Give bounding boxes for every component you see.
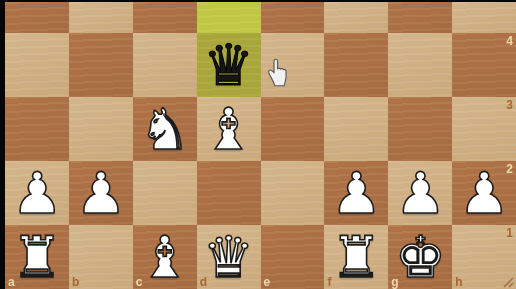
square-f3[interactable]: [324, 97, 388, 161]
square-a1[interactable]: ♜a: [5, 225, 69, 289]
white-knight[interactable]: ♞: [133, 97, 197, 161]
black-queen[interactable]: ♛: [197, 33, 261, 97]
square-h3[interactable]: 3: [452, 97, 516, 161]
chess-app-screen: ♛4♞♝3♟♟♟♟♟2♜ab♝c♛de♜f♚g1h: [0, 0, 516, 289]
square-b3[interactable]: [69, 97, 133, 161]
rank-label-1: 1: [506, 227, 513, 239]
white-pawn[interactable]: ♟: [324, 161, 388, 225]
square-b5[interactable]: [69, 2, 133, 33]
square-f2[interactable]: ♟: [324, 161, 388, 225]
square-h4[interactable]: 4: [452, 33, 516, 97]
square-c5[interactable]: [133, 2, 197, 33]
square-e2[interactable]: [261, 161, 325, 225]
square-b1[interactable]: b: [69, 225, 133, 289]
square-e1[interactable]: e: [261, 225, 325, 289]
file-label-c: c: [136, 276, 143, 288]
file-label-h: h: [455, 276, 462, 288]
file-label-g: g: [391, 276, 398, 288]
square-c3[interactable]: ♞: [133, 97, 197, 161]
square-a2[interactable]: ♟: [5, 161, 69, 225]
rank-label-3: 3: [506, 99, 513, 111]
square-f1[interactable]: ♜f: [324, 225, 388, 289]
white-pawn[interactable]: ♟: [388, 161, 452, 225]
file-label-f: f: [327, 276, 331, 288]
square-b4[interactable]: [69, 33, 133, 97]
square-a3[interactable]: [5, 97, 69, 161]
square-e3[interactable]: [261, 97, 325, 161]
file-label-a: a: [8, 276, 15, 288]
board-resize-handle[interactable]: [501, 275, 514, 288]
white-bishop[interactable]: ♝: [197, 97, 261, 161]
square-g5[interactable]: [388, 2, 452, 33]
square-g2[interactable]: ♟: [388, 161, 452, 225]
square-a5[interactable]: [5, 2, 69, 33]
square-h2[interactable]: ♟2: [452, 161, 516, 225]
file-label-e: e: [264, 276, 271, 288]
square-d1[interactable]: ♛d: [197, 225, 261, 289]
square-g4[interactable]: [388, 33, 452, 97]
square-d3[interactable]: ♝: [197, 97, 261, 161]
square-f5[interactable]: [324, 2, 388, 33]
hand-cursor-icon: [264, 55, 292, 88]
square-d5[interactable]: [197, 2, 261, 33]
square-b2[interactable]: ♟: [69, 161, 133, 225]
square-e5[interactable]: [261, 2, 325, 33]
file-label-d: d: [200, 276, 207, 288]
chess-board: ♛4♞♝3♟♟♟♟♟2♜ab♝c♛de♜f♚g1h: [5, 2, 516, 289]
square-d2[interactable]: [197, 161, 261, 225]
rank-label-2: 2: [506, 163, 513, 175]
white-pawn[interactable]: ♟: [5, 161, 69, 225]
square-c4[interactable]: [133, 33, 197, 97]
square-g1[interactable]: ♚g: [388, 225, 452, 289]
file-label-b: b: [72, 276, 79, 288]
square-c1[interactable]: ♝c: [133, 225, 197, 289]
square-c2[interactable]: [133, 161, 197, 225]
square-g3[interactable]: [388, 97, 452, 161]
square-a4[interactable]: [5, 33, 69, 97]
square-h5[interactable]: [452, 2, 516, 33]
square-d4[interactable]: ♛: [197, 33, 261, 97]
white-rook[interactable]: ♜: [324, 225, 388, 289]
rank-label-4: 4: [506, 35, 513, 47]
white-pawn[interactable]: ♟: [69, 161, 133, 225]
square-f4[interactable]: [324, 33, 388, 97]
